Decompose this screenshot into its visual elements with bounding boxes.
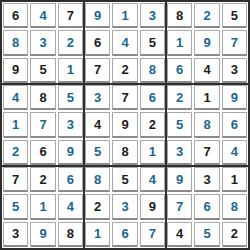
cell-r6c2[interactable]: 6 — [30, 140, 55, 165]
cell-r9c8[interactable]: 5 — [194, 222, 219, 247]
cell-r1c2[interactable]: 4 — [30, 3, 55, 28]
cell-r3c7[interactable]: 6 — [167, 58, 192, 83]
cell-r8c5[interactable]: 3 — [112, 194, 137, 219]
cell-r1c1[interactable]: 6 — [3, 3, 28, 28]
cell-r2c4[interactable]: 6 — [85, 30, 110, 55]
cell-r4c5[interactable]: 7 — [112, 85, 137, 110]
cell-r5c9[interactable]: 6 — [222, 112, 247, 137]
cell-r3c6[interactable]: 8 — [140, 58, 165, 83]
cell-r7c3[interactable]: 6 — [58, 167, 83, 192]
sudoku-board: 6479138258326451979517286434853762191734… — [0, 0, 250, 250]
cell-r7c1[interactable]: 7 — [3, 167, 28, 192]
cell-r8c7[interactable]: 7 — [167, 194, 192, 219]
cell-r2c3[interactable]: 2 — [58, 30, 83, 55]
cell-r8c4[interactable]: 2 — [85, 194, 110, 219]
cell-r7c2[interactable]: 2 — [30, 167, 55, 192]
cell-r9c1[interactable]: 3 — [3, 222, 28, 247]
cell-r5c6[interactable]: 2 — [140, 112, 165, 137]
cell-r5c2[interactable]: 7 — [30, 112, 55, 137]
cell-r4c7[interactable]: 2 — [167, 85, 192, 110]
cell-r9c4[interactable]: 1 — [85, 222, 110, 247]
cell-r5c7[interactable]: 5 — [167, 112, 192, 137]
cell-r2c8[interactable]: 9 — [194, 30, 219, 55]
cell-r4c6[interactable]: 6 — [140, 85, 165, 110]
cell-r9c6[interactable]: 7 — [140, 222, 165, 247]
cell-r3c9[interactable]: 3 — [222, 58, 247, 83]
cell-r6c5[interactable]: 8 — [112, 140, 137, 165]
cell-r1c5[interactable]: 1 — [112, 3, 137, 28]
cell-r4c3[interactable]: 5 — [58, 85, 83, 110]
cell-r8c9[interactable]: 8 — [222, 194, 247, 219]
cell-r6c3[interactable]: 9 — [58, 140, 83, 165]
cell-r6c7[interactable]: 3 — [167, 140, 192, 165]
cell-r6c6[interactable]: 1 — [140, 140, 165, 165]
cell-r5c1[interactable]: 1 — [3, 112, 28, 137]
cell-r5c3[interactable]: 3 — [58, 112, 83, 137]
cell-r9c3[interactable]: 8 — [58, 222, 83, 247]
cell-r6c8[interactable]: 7 — [194, 140, 219, 165]
cell-r3c4[interactable]: 7 — [85, 58, 110, 83]
cell-r3c8[interactable]: 4 — [194, 58, 219, 83]
cell-r5c8[interactable]: 8 — [194, 112, 219, 137]
cell-r7c9[interactable]: 1 — [222, 167, 247, 192]
cell-r7c7[interactable]: 9 — [167, 167, 192, 192]
cell-r8c1[interactable]: 5 — [3, 194, 28, 219]
cell-r2c5[interactable]: 4 — [112, 30, 137, 55]
cell-r6c4[interactable]: 5 — [85, 140, 110, 165]
cell-r4c2[interactable]: 8 — [30, 85, 55, 110]
cell-r7c6[interactable]: 4 — [140, 167, 165, 192]
sudoku-cells: 6479138258326451979517286434853762191734… — [2, 2, 248, 248]
cell-r2c9[interactable]: 7 — [222, 30, 247, 55]
cell-r1c9[interactable]: 5 — [222, 3, 247, 28]
cell-r3c3[interactable]: 1 — [58, 58, 83, 83]
cell-r2c7[interactable]: 1 — [167, 30, 192, 55]
cell-r9c2[interactable]: 9 — [30, 222, 55, 247]
cell-r7c8[interactable]: 3 — [194, 167, 219, 192]
cell-r2c1[interactable]: 8 — [3, 30, 28, 55]
cell-r1c7[interactable]: 8 — [167, 3, 192, 28]
cell-r1c6[interactable]: 3 — [140, 3, 165, 28]
cell-r9c5[interactable]: 6 — [112, 222, 137, 247]
cell-r7c4[interactable]: 8 — [85, 167, 110, 192]
cell-r1c4[interactable]: 9 — [85, 3, 110, 28]
cell-r9c9[interactable]: 2 — [222, 222, 247, 247]
cell-r6c9[interactable]: 4 — [222, 140, 247, 165]
cell-r3c1[interactable]: 9 — [3, 58, 28, 83]
cell-r8c6[interactable]: 9 — [140, 194, 165, 219]
cell-r3c2[interactable]: 5 — [30, 58, 55, 83]
cell-r9c7[interactable]: 4 — [167, 222, 192, 247]
cell-r8c8[interactable]: 6 — [194, 194, 219, 219]
cell-r8c3[interactable]: 4 — [58, 194, 83, 219]
cell-r1c3[interactable]: 7 — [58, 3, 83, 28]
cell-r8c2[interactable]: 1 — [30, 194, 55, 219]
cell-r2c6[interactable]: 5 — [140, 30, 165, 55]
cell-r7c5[interactable]: 5 — [112, 167, 137, 192]
cell-r4c1[interactable]: 4 — [3, 85, 28, 110]
cell-r4c4[interactable]: 3 — [85, 85, 110, 110]
cell-r5c5[interactable]: 9 — [112, 112, 137, 137]
cell-r4c9[interactable]: 9 — [222, 85, 247, 110]
cell-r6c1[interactable]: 2 — [3, 140, 28, 165]
cell-r1c8[interactable]: 2 — [194, 3, 219, 28]
cell-r4c8[interactable]: 1 — [194, 85, 219, 110]
cell-r2c2[interactable]: 3 — [30, 30, 55, 55]
cell-r5c4[interactable]: 4 — [85, 112, 110, 137]
cell-r3c5[interactable]: 2 — [112, 58, 137, 83]
